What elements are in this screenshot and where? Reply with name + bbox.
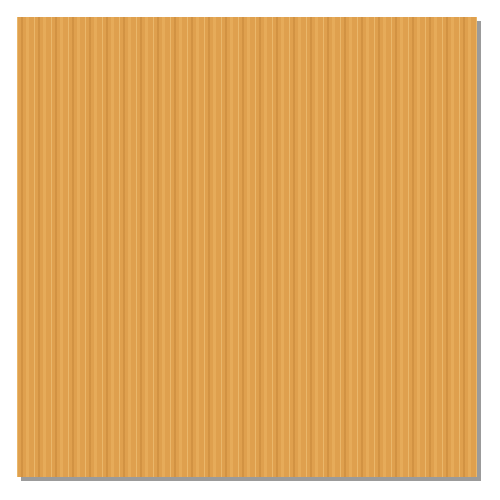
go-diagram [0, 0, 500, 500]
go-board[interactable] [17, 17, 477, 477]
